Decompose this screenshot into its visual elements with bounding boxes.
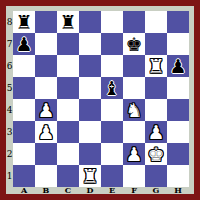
square-d7[interactable] xyxy=(79,33,101,55)
rank-label-6: 6 xyxy=(6,55,13,77)
rank-label-2: 2 xyxy=(6,143,13,165)
square-h4[interactable] xyxy=(167,99,189,121)
black-pawn-h6[interactable]: ♟ xyxy=(167,55,189,77)
square-f8[interactable] xyxy=(123,11,145,33)
square-b4[interactable]: ♟ xyxy=(35,99,57,121)
square-g3[interactable]: ♟ xyxy=(145,121,167,143)
rank-label-3: 3 xyxy=(6,121,13,143)
square-g8[interactable] xyxy=(145,11,167,33)
black-rook-a8[interactable]: ♜ xyxy=(13,11,35,33)
square-c3[interactable] xyxy=(57,121,79,143)
square-f3[interactable] xyxy=(123,121,145,143)
square-f1[interactable] xyxy=(123,165,145,187)
square-a4[interactable] xyxy=(13,99,35,121)
square-d5[interactable] xyxy=(79,77,101,99)
square-d4[interactable] xyxy=(79,99,101,121)
black-pawn-a7[interactable]: ♟ xyxy=(13,33,35,55)
square-d3[interactable] xyxy=(79,121,101,143)
white-rook-d1[interactable]: ♜ xyxy=(79,165,101,187)
square-c8[interactable]: ♜ xyxy=(57,11,79,33)
square-e1[interactable] xyxy=(101,165,123,187)
square-f6[interactable] xyxy=(123,55,145,77)
square-h5[interactable] xyxy=(167,77,189,99)
square-h8[interactable] xyxy=(167,11,189,33)
white-rook-g6[interactable]: ♜ xyxy=(145,55,167,77)
chess-board: ♜♜♟♚♜♟♝♟♞♟♟♟♚♜ xyxy=(13,11,189,187)
board-frame: 87654321 ♜♜♟♚♜♟♝♟♞♟♟♟♚♜ ABCDEFGH xyxy=(0,0,200,200)
square-a5[interactable] xyxy=(13,77,35,99)
square-a8[interactable]: ♜ xyxy=(13,11,35,33)
square-a3[interactable] xyxy=(13,121,35,143)
square-h6[interactable]: ♟ xyxy=(167,55,189,77)
square-g4[interactable] xyxy=(145,99,167,121)
square-h3[interactable] xyxy=(167,121,189,143)
square-b7[interactable] xyxy=(35,33,57,55)
rank-label-8: 8 xyxy=(6,11,13,33)
square-d8[interactable] xyxy=(79,11,101,33)
square-g7[interactable] xyxy=(145,33,167,55)
square-f2[interactable]: ♟ xyxy=(123,143,145,165)
square-b5[interactable] xyxy=(35,77,57,99)
white-pawn-f2[interactable]: ♟ xyxy=(123,143,145,165)
square-b2[interactable] xyxy=(35,143,57,165)
square-e4[interactable] xyxy=(101,99,123,121)
square-a2[interactable] xyxy=(13,143,35,165)
square-h2[interactable] xyxy=(167,143,189,165)
square-a6[interactable] xyxy=(13,55,35,77)
square-e3[interactable] xyxy=(101,121,123,143)
square-g1[interactable] xyxy=(145,165,167,187)
square-b6[interactable] xyxy=(35,55,57,77)
square-f7[interactable]: ♚ xyxy=(123,33,145,55)
file-label-f: F xyxy=(123,187,145,194)
square-e6[interactable] xyxy=(101,55,123,77)
square-h7[interactable] xyxy=(167,33,189,55)
square-f5[interactable] xyxy=(123,77,145,99)
rank-labels: 87654321 xyxy=(6,11,13,187)
square-c6[interactable] xyxy=(57,55,79,77)
square-c7[interactable] xyxy=(57,33,79,55)
rank-label-4: 4 xyxy=(6,99,13,121)
square-a1[interactable] xyxy=(13,165,35,187)
file-label-h: H xyxy=(167,187,189,194)
square-e2[interactable] xyxy=(101,143,123,165)
square-g2[interactable]: ♚ xyxy=(145,143,167,165)
board-panel: 87654321 ♜♜♟♚♜♟♝♟♞♟♟♟♚♜ ABCDEFGH xyxy=(6,6,194,194)
square-h1[interactable] xyxy=(167,165,189,187)
file-label-g: G xyxy=(145,187,167,194)
white-knight-f4[interactable]: ♞ xyxy=(123,99,145,121)
square-g6[interactable]: ♜ xyxy=(145,55,167,77)
rank-label-7: 7 xyxy=(6,33,13,55)
white-pawn-b3[interactable]: ♟ xyxy=(35,121,57,143)
file-labels: ABCDEFGH xyxy=(13,187,189,194)
square-b8[interactable] xyxy=(35,11,57,33)
square-b1[interactable] xyxy=(35,165,57,187)
file-label-a: A xyxy=(13,187,35,194)
file-label-c: C xyxy=(57,187,79,194)
square-f4[interactable]: ♞ xyxy=(123,99,145,121)
square-c2[interactable] xyxy=(57,143,79,165)
square-d6[interactable] xyxy=(79,55,101,77)
square-c1[interactable] xyxy=(57,165,79,187)
white-pawn-g3[interactable]: ♟ xyxy=(145,121,167,143)
white-king-g2[interactable]: ♚ xyxy=(145,143,167,165)
black-bishop-e5[interactable]: ♝ xyxy=(101,77,123,99)
square-c5[interactable] xyxy=(57,77,79,99)
file-label-b: B xyxy=(35,187,57,194)
square-e7[interactable] xyxy=(101,33,123,55)
square-c4[interactable] xyxy=(57,99,79,121)
square-e5[interactable]: ♝ xyxy=(101,77,123,99)
rank-label-1: 1 xyxy=(6,165,13,187)
square-d1[interactable]: ♜ xyxy=(79,165,101,187)
black-rook-c8[interactable]: ♜ xyxy=(57,11,79,33)
rank-label-5: 5 xyxy=(6,77,13,99)
black-king-f7[interactable]: ♚ xyxy=(123,33,145,55)
white-pawn-b4[interactable]: ♟ xyxy=(35,99,57,121)
square-a7[interactable]: ♟ xyxy=(13,33,35,55)
square-g5[interactable] xyxy=(145,77,167,99)
square-d2[interactable] xyxy=(79,143,101,165)
square-b3[interactable]: ♟ xyxy=(35,121,57,143)
square-e8[interactable] xyxy=(101,11,123,33)
file-label-d: D xyxy=(79,187,101,194)
file-label-e: E xyxy=(101,187,123,194)
